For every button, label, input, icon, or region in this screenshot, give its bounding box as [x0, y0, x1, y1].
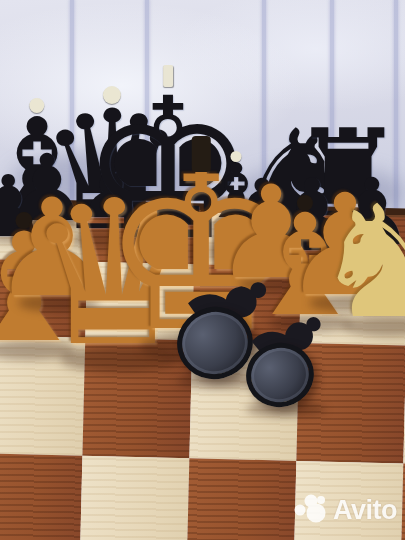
piece-finial-stick-ivory: [163, 65, 173, 88]
avito-watermark-text: Avito: [333, 495, 397, 526]
avito-logo-icon: [294, 494, 330, 526]
piece-finial-knob-dark: [192, 136, 211, 172]
board-square: [79, 456, 189, 540]
chess-set-photo: ♝♟♛♟♚♝♞♜♟♟♟♟♝♟♛♚♟♝♟♞ ♟♟ Avito: [0, 0, 405, 540]
avito-watermark: Avito: [294, 494, 397, 526]
board-square: [0, 453, 82, 540]
board-square: [186, 458, 296, 540]
